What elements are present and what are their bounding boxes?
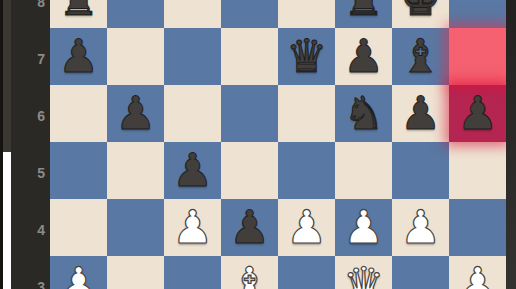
black-pawn-f7[interactable]: ♟ xyxy=(335,28,392,85)
square-c5[interactable]: ♟ xyxy=(164,142,221,199)
rank-label-3: 3 xyxy=(11,258,45,289)
square-d3[interactable]: ♝ xyxy=(221,256,278,289)
square-b4[interactable] xyxy=(107,199,164,256)
square-c7[interactable] xyxy=(164,28,221,85)
square-b3[interactable] xyxy=(107,256,164,289)
square-c8[interactable] xyxy=(164,0,221,28)
white-pawn-e4[interactable]: ♟ xyxy=(278,199,335,256)
square-e5[interactable] xyxy=(278,142,335,199)
black-rook-a8[interactable]: ♜ xyxy=(50,0,107,28)
square-b7[interactable] xyxy=(107,28,164,85)
square-d7[interactable] xyxy=(221,28,278,85)
black-pawn-a7[interactable]: ♟ xyxy=(50,28,107,85)
white-pawn-f4[interactable]: ♟ xyxy=(335,199,392,256)
square-a7[interactable]: ♟ xyxy=(50,28,107,85)
evaluation-bar xyxy=(3,0,11,289)
square-f8[interactable]: ♜ xyxy=(335,0,392,28)
square-e7[interactable]: ♛ xyxy=(278,28,335,85)
square-f3[interactable]: ♛ xyxy=(335,256,392,289)
white-pawn-c4[interactable]: ♟ xyxy=(164,199,221,256)
square-h8[interactable] xyxy=(449,0,506,28)
square-a3[interactable]: ♟ xyxy=(50,256,107,289)
square-h6[interactable]: ♟ xyxy=(449,85,506,142)
rank-label-4: 4 xyxy=(11,201,45,258)
square-c6[interactable] xyxy=(164,85,221,142)
square-c4[interactable]: ♟ xyxy=(164,199,221,256)
square-f7[interactable]: ♟ xyxy=(335,28,392,85)
square-g5[interactable] xyxy=(392,142,449,199)
black-pawn-h6[interactable]: ♟ xyxy=(449,85,506,142)
square-e4[interactable]: ♟ xyxy=(278,199,335,256)
evaluation-bar-black-portion xyxy=(3,0,11,152)
white-pawn-g4[interactable]: ♟ xyxy=(392,199,449,256)
square-g4[interactable]: ♟ xyxy=(392,199,449,256)
square-d6[interactable] xyxy=(221,85,278,142)
square-h4[interactable] xyxy=(449,199,506,256)
square-d8[interactable] xyxy=(221,0,278,28)
square-c3[interactable] xyxy=(164,256,221,289)
square-g6[interactable]: ♟ xyxy=(392,85,449,142)
square-e6[interactable] xyxy=(278,85,335,142)
right-edge-strip xyxy=(506,0,516,289)
square-g7[interactable]: ♝ xyxy=(392,28,449,85)
square-h3[interactable]: ♟ xyxy=(449,256,506,289)
square-f5[interactable] xyxy=(335,142,392,199)
square-d4[interactable]: ♟ xyxy=(221,199,278,256)
white-bishop-d3[interactable]: ♝ xyxy=(221,256,278,289)
rank-coordinates-sidebar: 876543 xyxy=(11,0,50,289)
square-e3[interactable] xyxy=(278,256,335,289)
black-pawn-d4[interactable]: ♟ xyxy=(221,199,278,256)
square-h7[interactable] xyxy=(449,28,506,85)
black-knight-f6[interactable]: ♞ xyxy=(335,85,392,142)
square-f4[interactable]: ♟ xyxy=(335,199,392,256)
square-b5[interactable] xyxy=(107,142,164,199)
square-b8[interactable] xyxy=(107,0,164,28)
square-a6[interactable] xyxy=(50,85,107,142)
evaluation-bar-white-portion xyxy=(3,152,11,289)
black-queen-e7[interactable]: ♛ xyxy=(278,28,335,85)
red-highlight-h7 xyxy=(449,28,506,85)
white-pawn-h3[interactable]: ♟ xyxy=(449,256,506,289)
black-pawn-c5[interactable]: ♟ xyxy=(164,142,221,199)
black-king-g8[interactable]: ♚ xyxy=(392,0,449,28)
board-viewport: ♜♜♚♟♛♟♝♟♞♟♟♟♟♟♟♟♟♟♝♛♟ xyxy=(50,0,506,289)
square-f6[interactable]: ♞ xyxy=(335,85,392,142)
square-h5[interactable] xyxy=(449,142,506,199)
black-pawn-b6[interactable]: ♟ xyxy=(107,85,164,142)
square-d5[interactable] xyxy=(221,142,278,199)
black-pawn-g6[interactable]: ♟ xyxy=(392,85,449,142)
square-e8[interactable] xyxy=(278,0,335,28)
white-pawn-a3[interactable]: ♟ xyxy=(50,256,107,289)
chess-board[interactable]: ♜♜♚♟♛♟♝♟♞♟♟♟♟♟♟♟♟♟♝♛♟ xyxy=(50,0,506,289)
rank-label-8: 8 xyxy=(11,0,45,30)
rank-label-5: 5 xyxy=(11,144,45,201)
square-g3[interactable] xyxy=(392,256,449,289)
square-a8[interactable]: ♜ xyxy=(50,0,107,28)
square-b6[interactable]: ♟ xyxy=(107,85,164,142)
square-g8[interactable]: ♚ xyxy=(392,0,449,28)
black-rook-f8[interactable]: ♜ xyxy=(335,0,392,28)
rank-label-7: 7 xyxy=(11,30,45,87)
rank-label-6: 6 xyxy=(11,87,45,144)
white-queen-f3[interactable]: ♛ xyxy=(335,256,392,289)
square-a5[interactable] xyxy=(50,142,107,199)
black-bishop-g7[interactable]: ♝ xyxy=(392,28,449,85)
square-a4[interactable] xyxy=(50,199,107,256)
chess-board-screenshot: 876543 ♜♜♚♟♛♟♝♟♞♟♟♟♟♟♟♟♟♟♝♛♟ xyxy=(0,0,516,289)
